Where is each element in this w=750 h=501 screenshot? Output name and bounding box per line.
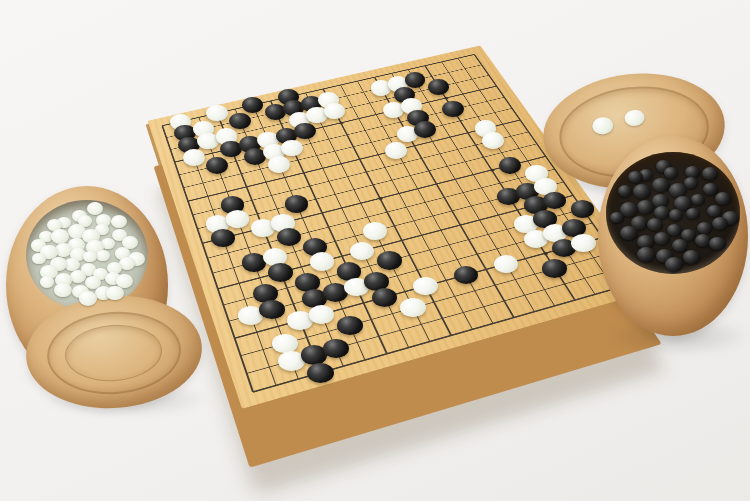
bowl-white-stone[interactable]: [70, 270, 86, 283]
hoshi-point: [338, 121, 343, 124]
bowl-black-stone[interactable]: [654, 206, 670, 219]
bowl-white-stone[interactable]: [32, 253, 46, 265]
bowl-black-stone[interactable]: [695, 234, 711, 247]
bowl-black-stone[interactable]: [667, 224, 682, 236]
bowl-white-stone[interactable]: [40, 276, 54, 288]
bowl-white-stone[interactable]: [51, 229, 69, 244]
bowl-black-stone[interactable]: [647, 218, 663, 231]
hoshi-point: [260, 226, 265, 230]
black-stone-bowl[interactable]: [598, 136, 748, 336]
hoshi-point: [297, 318, 303, 323]
bowl-black-stone[interactable]: [610, 212, 624, 224]
bowl-black-stone[interactable]: [620, 226, 638, 241]
bowl-black-stone[interactable]: [633, 184, 651, 199]
bowl-black-stone[interactable]: [697, 222, 712, 234]
bowl-black-stone[interactable]: [685, 166, 700, 178]
bowl-black-stone[interactable]: [707, 205, 722, 217]
bowl-black-stone[interactable]: [709, 237, 726, 251]
bowl-white-stone[interactable]: [54, 283, 72, 298]
hoshi-point: [229, 147, 234, 150]
bowl-white-stone[interactable]: [96, 250, 110, 262]
hoshi-point: [377, 196, 382, 200]
bowl-black-stone[interactable]: [652, 178, 670, 193]
bowl-black-stone[interactable]: [702, 167, 718, 180]
bowl-white-stone[interactable]: [111, 215, 127, 228]
bowl-black-stone[interactable]: [712, 217, 728, 230]
bowl-black-stone[interactable]: [654, 232, 670, 245]
bowl-black-stone[interactable]: [618, 185, 632, 197]
bowl-black-stone[interactable]: [683, 250, 700, 264]
bowl-black-stone[interactable]: [715, 192, 731, 205]
bowl-white-stone[interactable]: [83, 251, 97, 263]
white-bowl-opening: [26, 200, 148, 310]
black-bowl-opening: [606, 152, 740, 274]
bowl-black-stone[interactable]: [637, 247, 655, 262]
bowl-black-stone[interactable]: [637, 200, 654, 214]
bowl-black-stone[interactable]: [686, 208, 700, 220]
hoshi-point: [423, 284, 429, 288]
bowl-white-stone[interactable]: [79, 291, 97, 306]
bowl-black-stone[interactable]: [669, 209, 683, 221]
bowl-black-stone[interactable]: [664, 167, 678, 179]
bowl-black-stone[interactable]: [628, 171, 643, 183]
bowl-black-stone[interactable]: [665, 257, 683, 272]
table-surface: { "game": "go", "scene": { "description"…: [0, 0, 750, 501]
bowl-black-stone[interactable]: [691, 194, 705, 206]
